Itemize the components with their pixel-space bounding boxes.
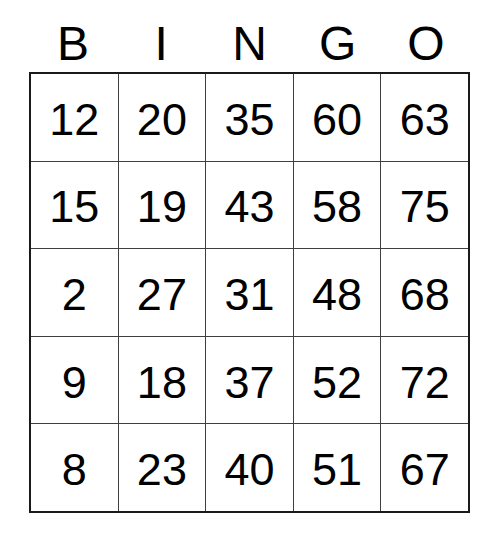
bingo-cell-r5c2[interactable]: 23 <box>119 424 206 511</box>
bingo-cell-r3c5[interactable]: 68 <box>381 249 468 336</box>
header-letter-g: G <box>294 20 382 72</box>
bingo-cell-r2c5[interactable]: 75 <box>381 162 468 249</box>
bingo-cell-r4c3[interactable]: 37 <box>206 337 293 424</box>
header-letter-i: I <box>117 20 205 72</box>
bingo-cell-r3c3[interactable]: 31 <box>206 249 293 336</box>
bingo-cell-r2c2[interactable]: 19 <box>119 162 206 249</box>
bingo-cell-r5c1[interactable]: 8 <box>31 424 118 511</box>
bingo-cell-r1c1[interactable]: 12 <box>31 74 118 161</box>
header-letter-o: O <box>382 20 470 72</box>
bingo-cell-r2c4[interactable]: 58 <box>294 162 381 249</box>
header-letter-n: N <box>205 20 293 72</box>
bingo-card: B I N G O 12 20 35 60 63 15 19 43 58 75 … <box>29 0 470 513</box>
bingo-cell-r2c3[interactable]: 43 <box>206 162 293 249</box>
bingo-cell-r1c3[interactable]: 35 <box>206 74 293 161</box>
bingo-cell-r2c1[interactable]: 15 <box>31 162 118 249</box>
bingo-cell-r4c1[interactable]: 9 <box>31 337 118 424</box>
bingo-grid: 12 20 35 60 63 15 19 43 58 75 2 27 31 48… <box>29 72 470 513</box>
bingo-cell-r3c2[interactable]: 27 <box>119 249 206 336</box>
bingo-cell-r4c5[interactable]: 72 <box>381 337 468 424</box>
bingo-cell-r5c4[interactable]: 51 <box>294 424 381 511</box>
bingo-cell-r4c2[interactable]: 18 <box>119 337 206 424</box>
bingo-cell-r1c5[interactable]: 63 <box>381 74 468 161</box>
header-letter-b: B <box>29 20 117 72</box>
bingo-cell-r1c4[interactable]: 60 <box>294 74 381 161</box>
bingo-cell-r3c4[interactable]: 48 <box>294 249 381 336</box>
bingo-header: B I N G O <box>29 0 470 72</box>
bingo-cell-r1c2[interactable]: 20 <box>119 74 206 161</box>
bingo-cell-r3c1[interactable]: 2 <box>31 249 118 336</box>
bingo-cell-r5c5[interactable]: 67 <box>381 424 468 511</box>
bingo-cell-r4c4[interactable]: 52 <box>294 337 381 424</box>
bingo-cell-r5c3[interactable]: 40 <box>206 424 293 511</box>
